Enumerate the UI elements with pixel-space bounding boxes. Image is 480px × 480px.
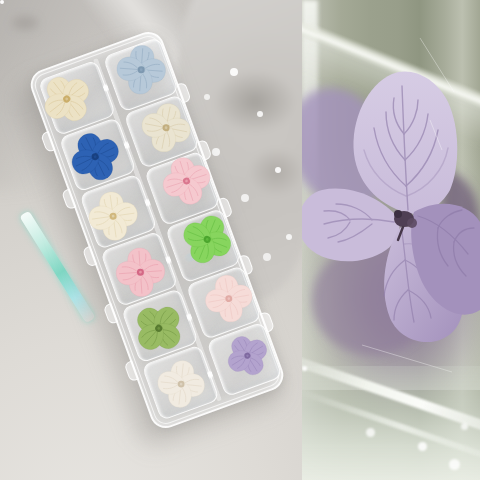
box-bottom-edge-highlight-2 [302, 388, 480, 465]
acrylic-box-bottom [302, 366, 480, 480]
pressed-flower-pale-blush [198, 267, 259, 329]
right-photo-closeup [302, 0, 480, 480]
mirror-sparkles [0, 0, 4, 4]
pressed-flower-dusty-blue [111, 41, 173, 99]
photo-collage [0, 0, 480, 480]
pressed-flower-white [152, 354, 209, 413]
surface-smudge [12, 16, 38, 30]
pressed-flower-cream [133, 96, 197, 160]
glass-glints [302, 366, 307, 371]
pressed-flower-ivory-white [82, 185, 144, 246]
left-photo [0, 0, 302, 480]
